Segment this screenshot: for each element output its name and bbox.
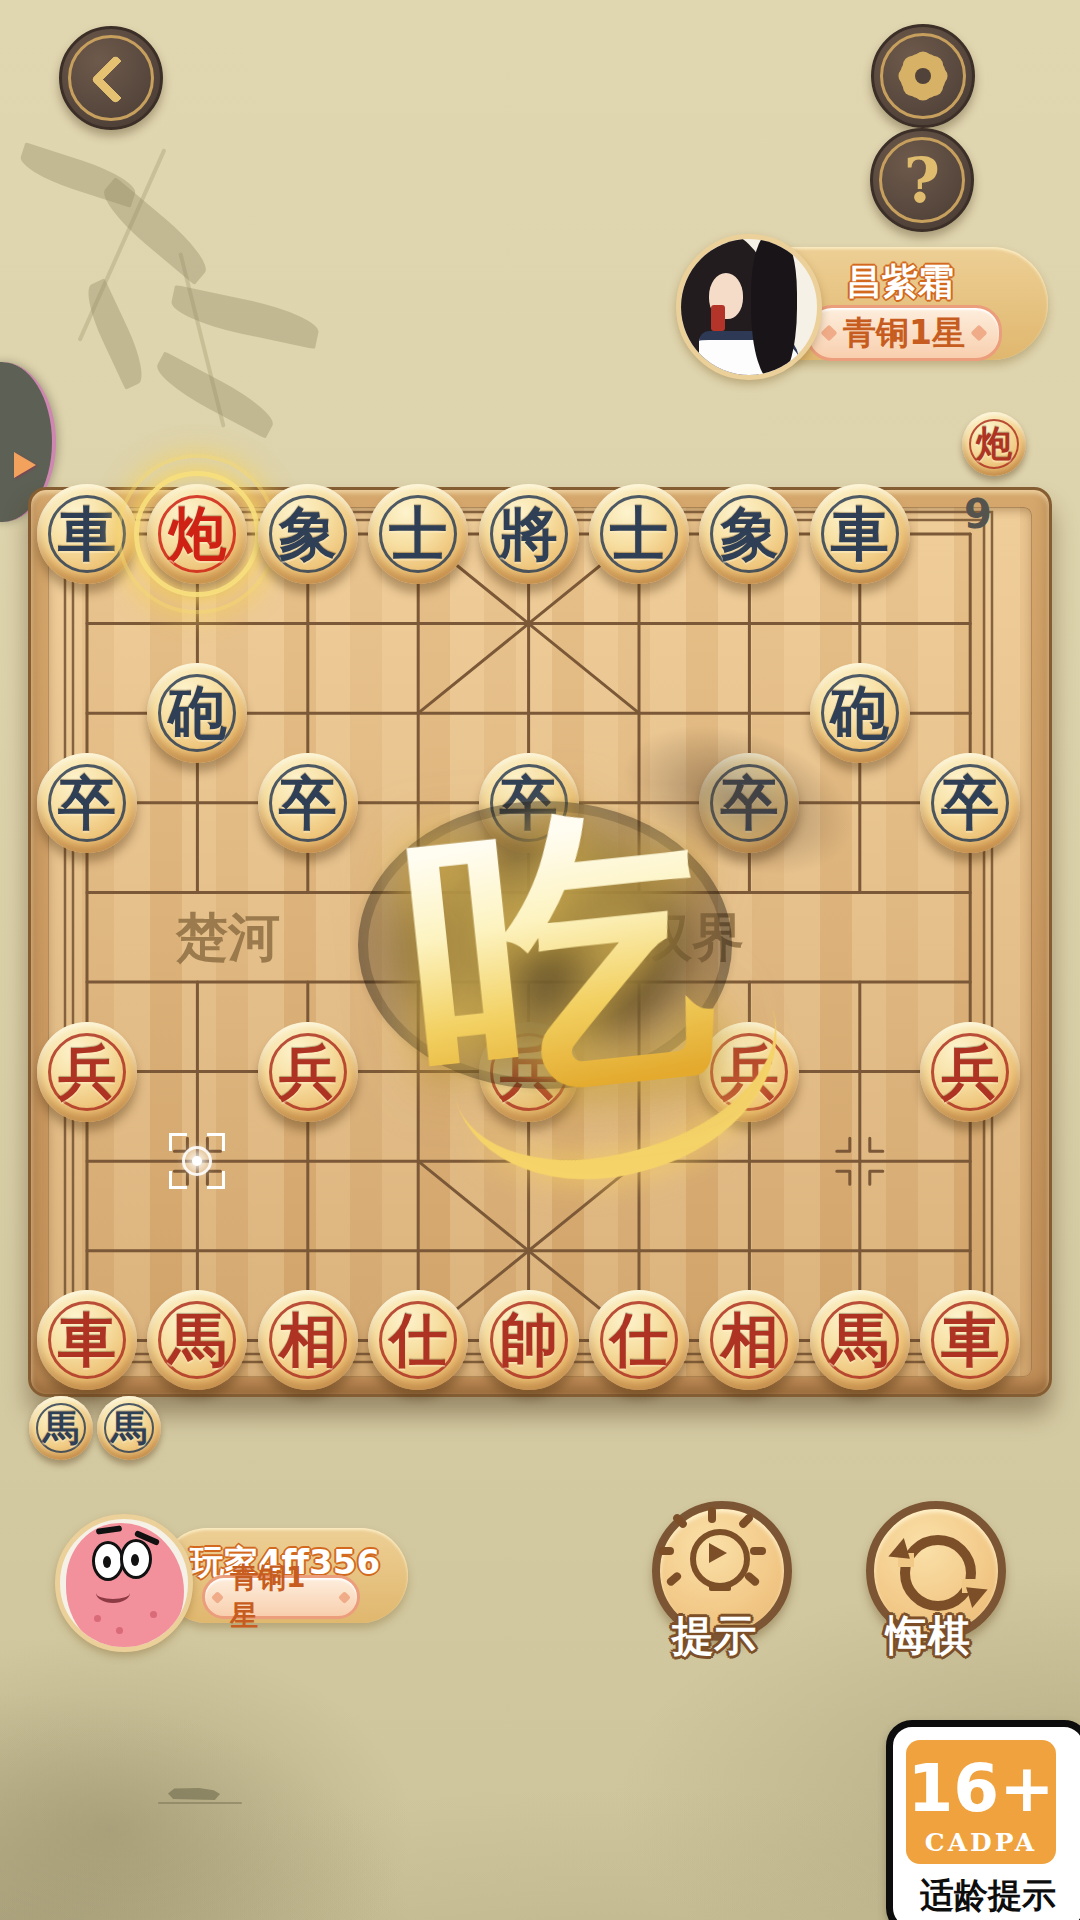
- capture-banner: 吃: [330, 734, 790, 1176]
- opponent-rank-badge: 青铜1星: [806, 305, 1002, 361]
- board-corner-number: 9: [953, 491, 1003, 537]
- board-piece-仕[interactable]: 仕: [368, 1290, 468, 1390]
- player-captured-tray: 馬馬: [29, 1396, 161, 1460]
- board-piece-卒[interactable]: 卒: [37, 753, 137, 853]
- board-piece-車[interactable]: 車: [810, 484, 910, 584]
- captured-piece-炮: 炮: [962, 412, 1026, 476]
- undo-label[interactable]: 悔棋: [848, 1608, 1008, 1664]
- help-button[interactable]: ?: [870, 128, 974, 232]
- avatar-art: [120, 1539, 152, 1579]
- settings-button[interactable]: [871, 24, 975, 128]
- age-rating-panel: 16+ CADPA: [906, 1740, 1056, 1864]
- question-mark-icon: ?: [873, 131, 971, 229]
- board-piece-炮[interactable]: 炮: [147, 484, 247, 584]
- badge-ornament: [821, 325, 838, 342]
- undo-refresh-icon: [900, 1535, 976, 1611]
- board-piece-象[interactable]: 象: [258, 484, 358, 584]
- avatar-art: [751, 234, 797, 380]
- board-piece-相[interactable]: 相: [258, 1290, 358, 1390]
- avatar-art: [116, 1627, 123, 1634]
- hint-label[interactable]: 提示: [634, 1608, 794, 1664]
- avatar-art: [150, 1611, 157, 1618]
- xiangqi-board[interactable]: 9 楚河 汉界 車炮象士將士象車砲砲卒卒卒卒卒兵兵兵兵兵車馬相仕帥仕相馬車 吃: [28, 487, 1052, 1397]
- drawer-arrow-icon[interactable]: [14, 452, 36, 478]
- avatar-art: [711, 305, 725, 331]
- badge-ornament: [338, 1591, 351, 1604]
- player-rank: 青铜1星: [230, 1559, 332, 1635]
- badge-ornament: [211, 1591, 224, 1604]
- age-rating-org: CADPA: [906, 1828, 1056, 1857]
- opponent-rank: 青铜1星: [843, 311, 965, 356]
- captured-piece-馬: 馬: [97, 1396, 161, 1460]
- avatar-art: [94, 1615, 101, 1622]
- hint-bulb-icon: [690, 1529, 750, 1589]
- player-rank-badge: 青铜1星: [202, 1575, 360, 1619]
- player-avatar[interactable]: [55, 1514, 193, 1652]
- badge-ornament: [970, 325, 987, 342]
- age-rating-label: 适龄提示: [893, 1873, 1080, 1919]
- board-piece-兵[interactable]: 兵: [258, 1022, 358, 1122]
- board-piece-車[interactable]: 車: [920, 1290, 1020, 1390]
- board-piece-士[interactable]: 士: [589, 484, 689, 584]
- avatar-art: [96, 1583, 130, 1603]
- board-piece-卒[interactable]: 卒: [920, 753, 1020, 853]
- captured-piece-馬: 馬: [29, 1396, 93, 1460]
- board-piece-砲[interactable]: 砲: [147, 663, 247, 763]
- age-rating-badge: 16+ CADPA 适龄提示: [886, 1720, 1080, 1920]
- board-piece-帥[interactable]: 帥: [479, 1290, 579, 1390]
- board-piece-仕[interactable]: 仕: [589, 1290, 689, 1390]
- board-piece-將[interactable]: 將: [479, 484, 579, 584]
- opponent-avatar[interactable]: [676, 234, 822, 380]
- board-piece-兵[interactable]: 兵: [920, 1022, 1020, 1122]
- board-piece-馬[interactable]: 馬: [810, 1290, 910, 1390]
- gear-icon: [895, 48, 951, 104]
- capture-banner-text: 吃: [395, 790, 725, 1120]
- last-move-marker: [169, 1133, 225, 1189]
- board-piece-士[interactable]: 士: [368, 484, 468, 584]
- board-piece-象[interactable]: 象: [699, 484, 799, 584]
- board-piece-兵[interactable]: 兵: [37, 1022, 137, 1122]
- boat-wake: [158, 1802, 242, 1804]
- age-rating-number: 16+: [906, 1756, 1056, 1822]
- board-piece-車[interactable]: 車: [37, 1290, 137, 1390]
- opponent-captured-tray: 炮: [962, 412, 1026, 476]
- game-screen: ? 昌紫霜 青铜1星 炮: [0, 0, 1080, 1920]
- back-button[interactable]: [59, 26, 163, 130]
